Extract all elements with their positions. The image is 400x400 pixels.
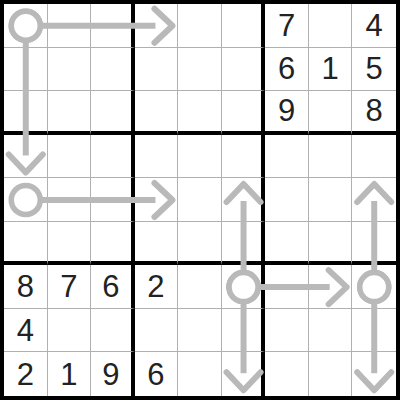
cell-r1c5[interactable]: [178, 4, 222, 48]
cell-r1c8[interactable]: [309, 4, 353, 48]
cell-r5c2[interactable]: [48, 178, 92, 222]
cell-r8c1[interactable]: 4: [4, 309, 48, 353]
cell-r7c9[interactable]: [352, 265, 396, 309]
cell-r5c7[interactable]: [265, 178, 309, 222]
cell-r3c8[interactable]: [309, 91, 353, 135]
cell-r1c3[interactable]: [91, 4, 135, 48]
cell-r6c2[interactable]: [48, 222, 92, 266]
cell-r1c9[interactable]: 4: [352, 4, 396, 48]
cell-r9c8[interactable]: [309, 352, 353, 396]
cell-r2c6[interactable]: [222, 48, 266, 92]
cell-r7c6[interactable]: [222, 265, 266, 309]
cell-r2c9[interactable]: 5: [352, 48, 396, 92]
cell-r5c5[interactable]: [178, 178, 222, 222]
cell-r8c4[interactable]: [135, 309, 179, 353]
cell-r8c6[interactable]: [222, 309, 266, 353]
cell-r6c3[interactable]: [91, 222, 135, 266]
cell-r5c8[interactable]: [309, 178, 353, 222]
cell-r9c4[interactable]: 6: [135, 352, 179, 396]
cell-r1c1[interactable]: [4, 4, 48, 48]
cell-r2c3[interactable]: [91, 48, 135, 92]
cell-r4c2[interactable]: [48, 135, 92, 179]
cell-r8c5[interactable]: [178, 309, 222, 353]
cell-r7c2[interactable]: 7: [48, 265, 92, 309]
cell-r4c3[interactable]: [91, 135, 135, 179]
cell-r7c4[interactable]: 2: [135, 265, 179, 309]
cell-r3c5[interactable]: [178, 91, 222, 135]
cell-r6c1[interactable]: [4, 222, 48, 266]
cell-r4c8[interactable]: [309, 135, 353, 179]
cell-r4c5[interactable]: [178, 135, 222, 179]
cell-r3c1[interactable]: [4, 91, 48, 135]
cell-r5c1[interactable]: [4, 178, 48, 222]
cell-r1c7[interactable]: 7: [265, 4, 309, 48]
cell-r3c6[interactable]: [222, 91, 266, 135]
cell-r9c3[interactable]: 9: [91, 352, 135, 396]
cell-r5c3[interactable]: [91, 178, 135, 222]
cell-r7c7[interactable]: [265, 265, 309, 309]
cell-r7c1[interactable]: 8: [4, 265, 48, 309]
cell-r6c7[interactable]: [265, 222, 309, 266]
cell-r4c1[interactable]: [4, 135, 48, 179]
cell-r4c6[interactable]: [222, 135, 266, 179]
cell-r6c8[interactable]: [309, 222, 353, 266]
cell-r2c4[interactable]: [135, 48, 179, 92]
cell-r4c9[interactable]: [352, 135, 396, 179]
arrow-sudoku-board: 7461598876242196: [0, 0, 400, 400]
cell-r3c3[interactable]: [91, 91, 135, 135]
cell-r3c7[interactable]: 9: [265, 91, 309, 135]
cell-r1c4[interactable]: [135, 4, 179, 48]
cell-r4c7[interactable]: [265, 135, 309, 179]
cell-r5c4[interactable]: [135, 178, 179, 222]
cell-r2c2[interactable]: [48, 48, 92, 92]
cell-r5c6[interactable]: [222, 178, 266, 222]
cell-r8c9[interactable]: [352, 309, 396, 353]
cell-r8c3[interactable]: [91, 309, 135, 353]
sudoku-grid: 7461598876242196: [0, 0, 400, 400]
cell-r4c4[interactable]: [135, 135, 179, 179]
cell-r2c5[interactable]: [178, 48, 222, 92]
cell-r2c8[interactable]: 1: [309, 48, 353, 92]
cell-r9c5[interactable]: [178, 352, 222, 396]
cell-r9c9[interactable]: [352, 352, 396, 396]
cell-r8c7[interactable]: [265, 309, 309, 353]
cell-r3c9[interactable]: 8: [352, 91, 396, 135]
cell-r9c2[interactable]: 1: [48, 352, 92, 396]
cell-r1c2[interactable]: [48, 4, 92, 48]
cell-r2c1[interactable]: [4, 48, 48, 92]
cell-r8c8[interactable]: [309, 309, 353, 353]
cell-r8c2[interactable]: [48, 309, 92, 353]
cell-r6c6[interactable]: [222, 222, 266, 266]
cell-r7c5[interactable]: [178, 265, 222, 309]
cell-r1c6[interactable]: [222, 4, 266, 48]
cell-r9c6[interactable]: [222, 352, 266, 396]
cell-r6c9[interactable]: [352, 222, 396, 266]
cell-r2c7[interactable]: 6: [265, 48, 309, 92]
cell-r9c1[interactable]: 2: [4, 352, 48, 396]
cell-r7c3[interactable]: 6: [91, 265, 135, 309]
cell-r6c5[interactable]: [178, 222, 222, 266]
cell-r3c4[interactable]: [135, 91, 179, 135]
cell-r5c9[interactable]: [352, 178, 396, 222]
cell-r6c4[interactable]: [135, 222, 179, 266]
cell-r3c2[interactable]: [48, 91, 92, 135]
cell-r7c8[interactable]: [309, 265, 353, 309]
cell-r9c7[interactable]: [265, 352, 309, 396]
